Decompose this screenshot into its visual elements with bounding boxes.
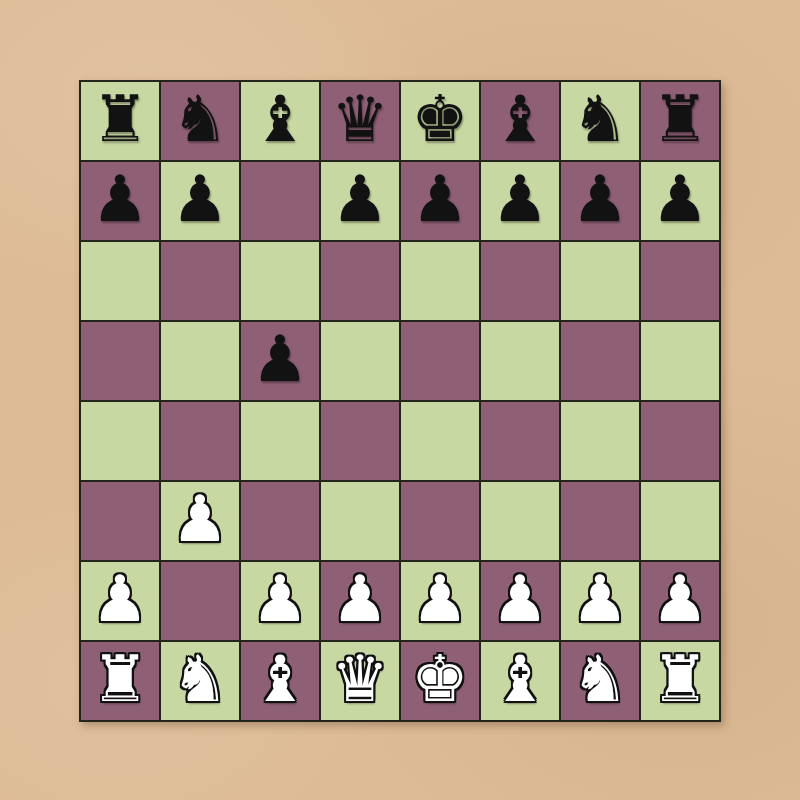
piece-white-bishop[interactable]: ♝ — [251, 647, 308, 711]
square-f4[interactable] — [481, 402, 559, 480]
square-g7[interactable]: ♟ — [561, 162, 639, 240]
square-e7[interactable]: ♟ — [401, 162, 479, 240]
piece-black-pawn[interactable]: ♟ — [651, 167, 708, 231]
square-h1[interactable]: ♜ — [641, 642, 719, 720]
square-e2[interactable]: ♟ — [401, 562, 479, 640]
square-c6[interactable] — [241, 242, 319, 320]
square-f7[interactable]: ♟ — [481, 162, 559, 240]
square-c5[interactable]: ♟ — [241, 322, 319, 400]
square-f2[interactable]: ♟ — [481, 562, 559, 640]
piece-black-rook[interactable]: ♜ — [651, 87, 708, 151]
piece-white-king[interactable]: ♚ — [411, 647, 468, 711]
square-g2[interactable]: ♟ — [561, 562, 639, 640]
square-c3[interactable] — [241, 482, 319, 560]
piece-black-knight[interactable]: ♞ — [171, 87, 228, 151]
square-c2[interactable]: ♟ — [241, 562, 319, 640]
piece-black-knight[interactable]: ♞ — [571, 87, 628, 151]
square-a8[interactable]: ♜ — [81, 82, 159, 160]
square-b3[interactable]: ♟ — [161, 482, 239, 560]
piece-black-pawn[interactable]: ♟ — [171, 167, 228, 231]
square-e4[interactable] — [401, 402, 479, 480]
piece-white-queen[interactable]: ♛ — [331, 647, 388, 711]
piece-black-bishop[interactable]: ♝ — [251, 87, 308, 151]
square-a6[interactable] — [81, 242, 159, 320]
square-e5[interactable] — [401, 322, 479, 400]
square-e3[interactable] — [401, 482, 479, 560]
piece-white-pawn[interactable]: ♟ — [91, 567, 148, 631]
piece-black-pawn[interactable]: ♟ — [91, 167, 148, 231]
square-g5[interactable] — [561, 322, 639, 400]
piece-white-knight[interactable]: ♞ — [171, 647, 228, 711]
square-e8[interactable]: ♚ — [401, 82, 479, 160]
square-b5[interactable] — [161, 322, 239, 400]
piece-white-pawn[interactable]: ♟ — [651, 567, 708, 631]
square-h3[interactable] — [641, 482, 719, 560]
square-d2[interactable]: ♟ — [321, 562, 399, 640]
piece-white-pawn[interactable]: ♟ — [571, 567, 628, 631]
square-e6[interactable] — [401, 242, 479, 320]
piece-black-pawn[interactable]: ♟ — [251, 327, 308, 391]
square-h6[interactable] — [641, 242, 719, 320]
piece-black-king[interactable]: ♚ — [411, 87, 468, 151]
square-d5[interactable] — [321, 322, 399, 400]
piece-white-rook[interactable]: ♜ — [91, 647, 148, 711]
square-g1[interactable]: ♞ — [561, 642, 639, 720]
piece-black-rook[interactable]: ♜ — [91, 87, 148, 151]
square-b2[interactable] — [161, 562, 239, 640]
piece-black-pawn[interactable]: ♟ — [411, 167, 468, 231]
piece-white-pawn[interactable]: ♟ — [251, 567, 308, 631]
square-b1[interactable]: ♞ — [161, 642, 239, 720]
square-b8[interactable]: ♞ — [161, 82, 239, 160]
square-g3[interactable] — [561, 482, 639, 560]
piece-white-pawn[interactable]: ♟ — [411, 567, 468, 631]
square-a1[interactable]: ♜ — [81, 642, 159, 720]
square-f5[interactable] — [481, 322, 559, 400]
square-a5[interactable] — [81, 322, 159, 400]
piece-black-pawn[interactable]: ♟ — [571, 167, 628, 231]
square-h7[interactable]: ♟ — [641, 162, 719, 240]
square-b4[interactable] — [161, 402, 239, 480]
piece-white-pawn[interactable]: ♟ — [331, 567, 388, 631]
square-g4[interactable] — [561, 402, 639, 480]
square-d3[interactable] — [321, 482, 399, 560]
square-g8[interactable]: ♞ — [561, 82, 639, 160]
piece-black-pawn[interactable]: ♟ — [491, 167, 548, 231]
piece-white-bishop[interactable]: ♝ — [491, 647, 548, 711]
square-h2[interactable]: ♟ — [641, 562, 719, 640]
square-f8[interactable]: ♝ — [481, 82, 559, 160]
square-d7[interactable]: ♟ — [321, 162, 399, 240]
square-h4[interactable] — [641, 402, 719, 480]
square-c1[interactable]: ♝ — [241, 642, 319, 720]
square-c8[interactable]: ♝ — [241, 82, 319, 160]
square-a2[interactable]: ♟ — [81, 562, 159, 640]
square-g6[interactable] — [561, 242, 639, 320]
square-f6[interactable] — [481, 242, 559, 320]
piece-white-pawn[interactable]: ♟ — [491, 567, 548, 631]
square-a7[interactable]: ♟ — [81, 162, 159, 240]
piece-black-bishop[interactable]: ♝ — [491, 87, 548, 151]
square-a3[interactable] — [81, 482, 159, 560]
square-f3[interactable] — [481, 482, 559, 560]
square-f1[interactable]: ♝ — [481, 642, 559, 720]
square-d4[interactable] — [321, 402, 399, 480]
square-b7[interactable]: ♟ — [161, 162, 239, 240]
piece-black-queen[interactable]: ♛ — [331, 87, 388, 151]
piece-white-rook[interactable]: ♜ — [651, 647, 708, 711]
chess-board: ♜♞♝♛♚♝♞♜♟♟♟♟♟♟♟♟♟♟♟♟♟♟♟♟♜♞♝♛♚♝♞♜ — [79, 80, 721, 722]
square-c4[interactable] — [241, 402, 319, 480]
square-b6[interactable] — [161, 242, 239, 320]
square-c7[interactable] — [241, 162, 319, 240]
piece-white-knight[interactable]: ♞ — [571, 647, 628, 711]
square-d1[interactable]: ♛ — [321, 642, 399, 720]
square-e1[interactable]: ♚ — [401, 642, 479, 720]
piece-white-pawn[interactable]: ♟ — [171, 487, 228, 551]
square-h8[interactable]: ♜ — [641, 82, 719, 160]
square-h5[interactable] — [641, 322, 719, 400]
piece-black-pawn[interactable]: ♟ — [331, 167, 388, 231]
square-a4[interactable] — [81, 402, 159, 480]
square-d8[interactable]: ♛ — [321, 82, 399, 160]
square-d6[interactable] — [321, 242, 399, 320]
